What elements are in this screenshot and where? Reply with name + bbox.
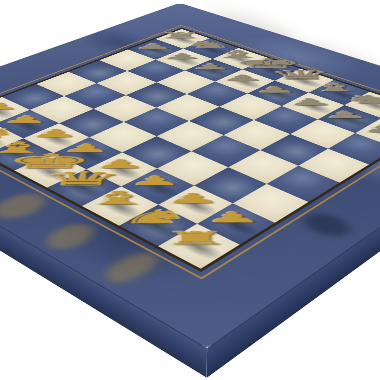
pawn-glyph: ♟	[321, 110, 372, 120]
piece-black-pawn-h7: ♟	[0, 102, 57, 112]
square-b6	[194, 167, 267, 203]
bishop-glyph: ♝	[78, 189, 155, 208]
square-b5	[228, 150, 299, 184]
square-d7: ♟	[86, 152, 157, 186]
scene: ♜♞♝♚♛♝♞♜♟♟♟♟♟♟♟♟♟♟♟♟♟♟♟♟♜♞♝♚♛♝♞♜	[0, 0, 380, 380]
knight-glyph: ♞	[116, 207, 192, 226]
piece-contact-shadow	[93, 193, 147, 221]
square-f8: ♝	[0, 138, 54, 170]
piece-black-bishop-c8: ♝	[46, 189, 187, 208]
piece-contact-shadow	[25, 159, 75, 184]
king-glyph: ♚	[2, 151, 95, 171]
pawn-glyph: ♟	[164, 192, 221, 206]
piece-contact-shadow	[64, 143, 113, 166]
piece-black-rook-a8: ♜	[120, 229, 271, 247]
square-a3	[328, 133, 380, 165]
piece-contact-shadow	[0, 144, 43, 167]
frame-reflection	[296, 209, 357, 241]
rook-glyph: ♜	[161, 229, 231, 247]
chess-board: ♜♞♝♚♛♝♞♜♟♟♟♟♟♟♟♟♟♟♟♟♟♟♟♟♜♞♝♚♛♝♞♜	[0, 3, 380, 348]
square-b7: ♟	[158, 185, 234, 224]
pawn-glyph: ♟	[190, 63, 233, 71]
pawn-glyph: ♟	[220, 74, 265, 83]
square-d5	[157, 121, 224, 151]
square-e8: ♚	[15, 153, 86, 187]
square-c4	[223, 120, 289, 150]
pawn-glyph: ♟	[358, 123, 380, 134]
pawn-glyph: ♟	[160, 52, 202, 60]
piece-white-pawn-b2: ♟	[286, 110, 380, 120]
queen-glyph: ♛	[39, 169, 125, 189]
pawn-glyph: ♟	[133, 42, 175, 49]
piece-contact-shadow	[169, 232, 229, 264]
frame-reflection	[38, 220, 102, 254]
pawn-glyph: ♟	[127, 174, 182, 187]
piece-white-pawn-c2: ♟	[251, 97, 369, 107]
piece-black-queen-d8: ♛	[12, 169, 150, 189]
chess-set-product-photo: ♜♞♝♚♛♝♞♜♟♟♟♟♟♟♟♟♟♟♟♟♟♟♟♟♜♞♝♚♛♝♞♜	[0, 0, 380, 380]
piece-black-pawn-b7: ♟	[122, 192, 263, 206]
square-a2: ♟	[356, 118, 380, 148]
square-c7: ♟	[121, 168, 194, 204]
pawn-glyph: ♟	[92, 158, 146, 170]
square-e6	[90, 122, 157, 152]
piece-black-knight-b8: ♞	[82, 207, 228, 226]
square-b8: ♞	[119, 205, 197, 247]
square-a7: ♟	[197, 203, 275, 245]
pawn-glyph: ♟	[252, 85, 299, 94]
frame-reflection	[97, 248, 165, 287]
piece-contact-shadow	[131, 175, 184, 201]
frame-reflection	[0, 189, 53, 223]
square-c5	[191, 135, 259, 167]
square-c8: ♝	[82, 186, 158, 225]
pawn-glyph: ♟	[285, 97, 334, 107]
piece-contact-shadow	[208, 211, 266, 241]
piece-contact-shadow	[96, 158, 147, 182]
piece-black-pawn-a7: ♟	[160, 210, 306, 225]
square-a8: ♜	[158, 224, 239, 269]
piece-black-pawn-c7: ♟	[86, 174, 222, 187]
pawn-glyph: ♟	[0, 102, 22, 112]
square-b4	[260, 134, 328, 166]
pawn-glyph: ♟	[203, 210, 262, 225]
piece-white-pawn-a2: ♟	[322, 123, 380, 134]
square-d8: ♛	[47, 169, 121, 206]
square-d6	[123, 136, 192, 168]
square-c6	[157, 151, 228, 185]
piece-contact-shadow	[58, 176, 110, 202]
piece-contact-shadow	[130, 212, 187, 242]
square-a6	[233, 184, 308, 223]
square-a5	[267, 166, 340, 202]
piece-black-king-e8: ♚	[0, 151, 116, 171]
square-a4	[299, 149, 369, 183]
piece-contact-shadow	[168, 192, 224, 220]
piece-black-pawn-d7: ♟	[52, 158, 184, 170]
